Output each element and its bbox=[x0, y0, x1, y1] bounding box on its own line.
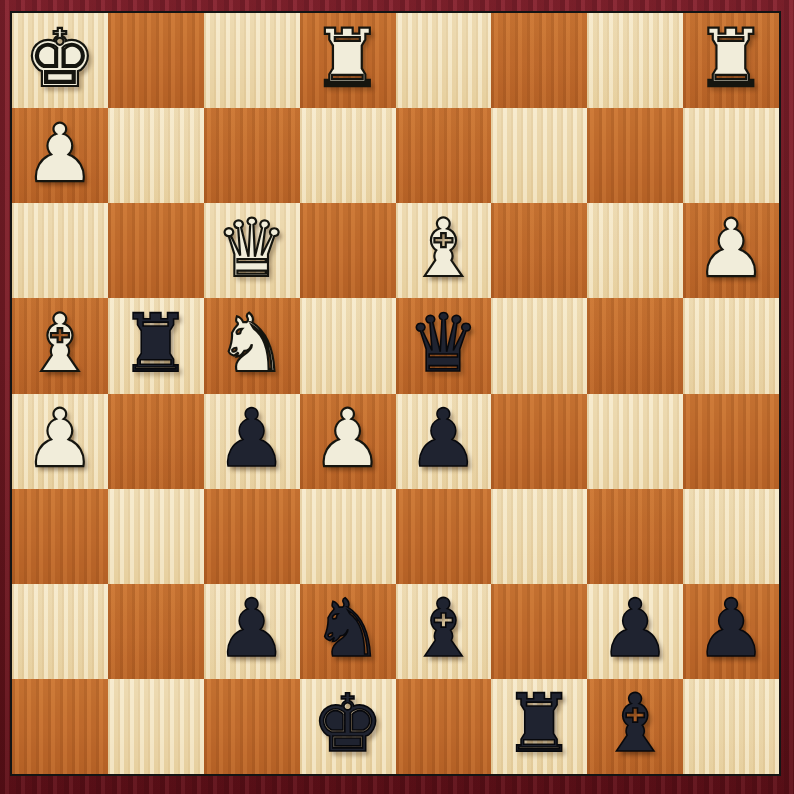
square-b4[interactable] bbox=[108, 394, 204, 489]
square-h6[interactable]: ♟ bbox=[683, 203, 779, 298]
square-f1[interactable]: ♜ bbox=[491, 679, 587, 774]
square-d1[interactable]: ♚ bbox=[300, 679, 396, 774]
square-h1[interactable] bbox=[683, 679, 779, 774]
square-b8[interactable] bbox=[108, 13, 204, 108]
piece-white-knight[interactable]: ♞ bbox=[216, 304, 288, 384]
square-f4[interactable] bbox=[491, 394, 587, 489]
square-b6[interactable] bbox=[108, 203, 204, 298]
piece-white-rook[interactable]: ♜ bbox=[695, 19, 767, 99]
square-g2[interactable]: ♟ bbox=[587, 584, 683, 679]
square-e5[interactable]: ♛ bbox=[396, 298, 492, 393]
square-f5[interactable] bbox=[491, 298, 587, 393]
piece-black-knight[interactable]: ♞ bbox=[312, 589, 384, 669]
square-h2[interactable]: ♟ bbox=[683, 584, 779, 679]
square-d2[interactable]: ♞ bbox=[300, 584, 396, 679]
square-c6[interactable]: ♛ bbox=[204, 203, 300, 298]
square-e1[interactable] bbox=[396, 679, 492, 774]
piece-white-rook[interactable]: ♜ bbox=[312, 19, 384, 99]
square-e6[interactable]: ♝ bbox=[396, 203, 492, 298]
square-c3[interactable] bbox=[204, 489, 300, 584]
square-c7[interactable] bbox=[204, 108, 300, 203]
square-g5[interactable] bbox=[587, 298, 683, 393]
square-f6[interactable] bbox=[491, 203, 587, 298]
square-d8[interactable]: ♜ bbox=[300, 13, 396, 108]
piece-black-pawn[interactable]: ♟ bbox=[216, 399, 288, 479]
square-g8[interactable] bbox=[587, 13, 683, 108]
piece-black-pawn[interactable]: ♟ bbox=[695, 589, 767, 669]
square-h8[interactable]: ♜ bbox=[683, 13, 779, 108]
square-f7[interactable] bbox=[491, 108, 587, 203]
square-h7[interactable] bbox=[683, 108, 779, 203]
square-a2[interactable] bbox=[12, 584, 108, 679]
square-b7[interactable] bbox=[108, 108, 204, 203]
piece-white-pawn[interactable]: ♟ bbox=[312, 399, 384, 479]
square-d7[interactable] bbox=[300, 108, 396, 203]
square-c4[interactable]: ♟ bbox=[204, 394, 300, 489]
piece-white-bishop[interactable]: ♝ bbox=[24, 304, 96, 384]
square-a5[interactable]: ♝ bbox=[12, 298, 108, 393]
square-b3[interactable] bbox=[108, 489, 204, 584]
piece-white-pawn[interactable]: ♟ bbox=[24, 114, 96, 194]
piece-white-king[interactable]: ♚ bbox=[24, 19, 96, 99]
square-e3[interactable] bbox=[396, 489, 492, 584]
square-h3[interactable] bbox=[683, 489, 779, 584]
piece-white-pawn[interactable]: ♟ bbox=[24, 399, 96, 479]
piece-white-queen[interactable]: ♛ bbox=[216, 209, 288, 289]
piece-black-pawn[interactable]: ♟ bbox=[216, 589, 288, 669]
piece-white-bishop[interactable]: ♝ bbox=[408, 209, 480, 289]
square-c1[interactable] bbox=[204, 679, 300, 774]
square-a8[interactable]: ♚ bbox=[12, 13, 108, 108]
square-c5[interactable]: ♞ bbox=[204, 298, 300, 393]
square-c2[interactable]: ♟ bbox=[204, 584, 300, 679]
square-a6[interactable] bbox=[12, 203, 108, 298]
square-e4[interactable]: ♟ bbox=[396, 394, 492, 489]
square-d5[interactable] bbox=[300, 298, 396, 393]
piece-black-pawn[interactable]: ♟ bbox=[408, 399, 480, 479]
square-c8[interactable] bbox=[204, 13, 300, 108]
square-e8[interactable] bbox=[396, 13, 492, 108]
piece-black-king[interactable]: ♚ bbox=[312, 684, 384, 764]
square-g7[interactable] bbox=[587, 108, 683, 203]
piece-black-rook[interactable]: ♜ bbox=[120, 304, 192, 384]
square-e2[interactable]: ♝ bbox=[396, 584, 492, 679]
chess-board: ♚♜♜♟♛♝♟♝♜♞♛♟♟♟♟♟♞♝♟♟♚♜♝ bbox=[10, 11, 781, 776]
square-b2[interactable] bbox=[108, 584, 204, 679]
square-g1[interactable]: ♝ bbox=[587, 679, 683, 774]
square-a4[interactable]: ♟ bbox=[12, 394, 108, 489]
square-a7[interactable]: ♟ bbox=[12, 108, 108, 203]
square-b1[interactable] bbox=[108, 679, 204, 774]
square-h4[interactable] bbox=[683, 394, 779, 489]
square-f3[interactable] bbox=[491, 489, 587, 584]
square-a1[interactable] bbox=[12, 679, 108, 774]
piece-black-bishop[interactable]: ♝ bbox=[408, 589, 480, 669]
piece-black-queen[interactable]: ♛ bbox=[408, 304, 480, 384]
square-g4[interactable] bbox=[587, 394, 683, 489]
square-d6[interactable] bbox=[300, 203, 396, 298]
piece-black-rook[interactable]: ♜ bbox=[503, 684, 575, 764]
square-g3[interactable] bbox=[587, 489, 683, 584]
square-a3[interactable] bbox=[12, 489, 108, 584]
square-b5[interactable]: ♜ bbox=[108, 298, 204, 393]
board-frame: ♚♜♜♟♛♝♟♝♜♞♛♟♟♟♟♟♞♝♟♟♚♜♝ bbox=[0, 0, 794, 794]
square-f2[interactable] bbox=[491, 584, 587, 679]
square-f8[interactable] bbox=[491, 13, 587, 108]
square-e7[interactable] bbox=[396, 108, 492, 203]
piece-white-pawn[interactable]: ♟ bbox=[695, 209, 767, 289]
square-d4[interactable]: ♟ bbox=[300, 394, 396, 489]
piece-black-pawn[interactable]: ♟ bbox=[599, 589, 671, 669]
square-g6[interactable] bbox=[587, 203, 683, 298]
square-d3[interactable] bbox=[300, 489, 396, 584]
square-h5[interactable] bbox=[683, 298, 779, 393]
piece-black-bishop[interactable]: ♝ bbox=[599, 684, 671, 764]
